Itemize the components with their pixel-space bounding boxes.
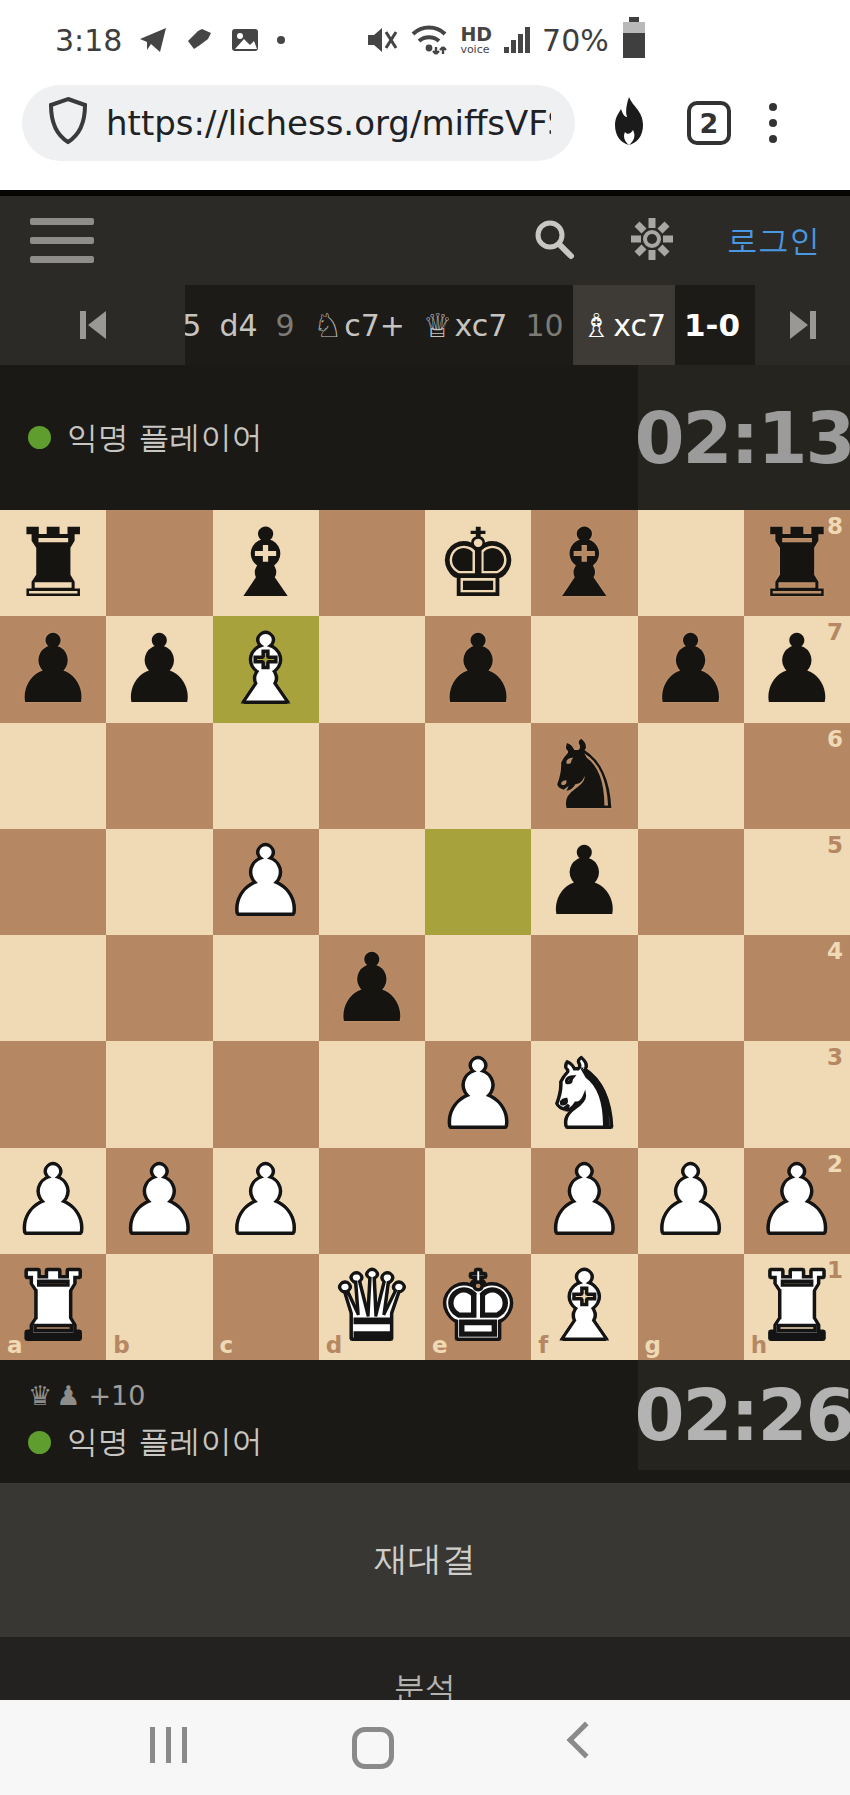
white-bishop: ♝	[213, 616, 319, 722]
site-header: 로그인	[0, 190, 850, 285]
square-a3[interactable]	[0, 1041, 106, 1147]
online-dot	[28, 1431, 51, 1454]
player-bar-black: 익명 플레이어 02:13	[0, 365, 850, 510]
square-c2[interactable]: ♟	[213, 1148, 319, 1254]
move-list: 5♘e58♗xe5d49♘c7+♕xc710♗xc71-0	[185, 285, 755, 365]
gear-icon[interactable]	[629, 216, 675, 266]
square-g8[interactable]	[638, 510, 744, 616]
square-d2[interactable]	[319, 1148, 425, 1254]
square-c3[interactable]	[213, 1041, 319, 1147]
rank-label-6: 6	[827, 726, 843, 752]
login-link[interactable]: 로그인	[727, 220, 820, 262]
shield-icon[interactable]	[46, 96, 90, 150]
square-e8[interactable]: ♚	[425, 510, 531, 616]
square-c7[interactable]: ♝	[213, 616, 319, 722]
url-bar[interactable]: https://lichess.org/miffsVFS	[22, 85, 575, 161]
square-e6[interactable]	[425, 723, 531, 829]
file-label-b: b	[113, 1332, 129, 1358]
square-e7[interactable]: ♟	[425, 616, 531, 722]
move-token[interactable]: ♗xc7	[573, 285, 675, 365]
square-a2[interactable]: ♟	[0, 1148, 106, 1254]
black-knight: ♞	[531, 723, 637, 829]
square-g7[interactable]: ♟	[638, 616, 744, 722]
square-g3[interactable]	[638, 1041, 744, 1147]
file-label-h: h	[751, 1332, 767, 1358]
square-h8[interactable]: ♜8	[744, 510, 850, 616]
file-label-d: d	[326, 1332, 342, 1358]
square-b2[interactable]: ♟	[106, 1148, 212, 1254]
square-a8[interactable]: ♜	[0, 510, 106, 616]
square-c4[interactable]	[213, 935, 319, 1041]
square-d5[interactable]	[319, 829, 425, 935]
move-token[interactable]: ♕xc7	[414, 285, 516, 365]
square-g2[interactable]: ♟	[638, 1148, 744, 1254]
more-notifications-dot	[276, 35, 286, 45]
square-a7[interactable]: ♟	[0, 616, 106, 722]
square-d3[interactable]	[319, 1041, 425, 1147]
square-f2[interactable]: ♟	[531, 1148, 637, 1254]
black-pawn: ♟	[319, 935, 425, 1041]
black-king: ♚	[425, 510, 531, 616]
square-e2[interactable]	[425, 1148, 531, 1254]
square-f3[interactable]: ♞	[531, 1041, 637, 1147]
last-move-button[interactable]	[755, 285, 850, 365]
black-bishop: ♝	[213, 510, 319, 616]
square-h7[interactable]: ♟7	[744, 616, 850, 722]
status-bar: 3:18 HD voice	[0, 0, 850, 70]
square-a4[interactable]	[0, 935, 106, 1041]
black-pawn: ♟	[425, 616, 531, 722]
file-label-f: f	[538, 1332, 548, 1358]
square-f6[interactable]: ♞	[531, 723, 637, 829]
browser-menu-icon[interactable]	[769, 103, 777, 143]
square-f5[interactable]: ♟	[531, 829, 637, 935]
rank-label-1: 1	[827, 1257, 843, 1283]
material-score: +10	[88, 1380, 145, 1411]
tab-count-button[interactable]: 2	[687, 101, 731, 145]
recents-button[interactable]	[150, 1727, 187, 1763]
hand-notification-icon	[184, 25, 214, 55]
square-d7[interactable]	[319, 616, 425, 722]
black-pawn: ♟	[0, 616, 106, 722]
battery-percent: 70%	[542, 23, 609, 58]
square-g5[interactable]	[638, 829, 744, 935]
search-icon[interactable]	[531, 216, 577, 266]
signal-strength-icon	[504, 27, 530, 53]
square-h4[interactable]: 4	[744, 935, 850, 1041]
square-c1[interactable]: c	[213, 1254, 319, 1360]
move-token[interactable]: ♘c7+	[304, 285, 414, 365]
square-c6[interactable]	[213, 723, 319, 829]
square-b3[interactable]	[106, 1041, 212, 1147]
clock-black: 02:13	[638, 365, 850, 510]
flame-icon[interactable]	[609, 95, 649, 151]
url-text[interactable]: https://lichess.org/miffsVFS	[106, 103, 551, 143]
white-knight: ♞	[531, 1041, 637, 1147]
black-pawn: ♟	[106, 616, 212, 722]
square-f4[interactable]	[531, 935, 637, 1041]
square-d4[interactable]: ♟	[319, 935, 425, 1041]
captured-queen-icon: ♛	[28, 1380, 52, 1411]
square-d6[interactable]	[319, 723, 425, 829]
piece-letter-glyph: ♗	[582, 306, 612, 345]
square-f8[interactable]: ♝	[531, 510, 637, 616]
move-number: 9	[267, 285, 304, 365]
file-label-c: c	[220, 1332, 234, 1358]
square-a5[interactable]	[0, 829, 106, 935]
square-f7[interactable]	[531, 616, 637, 722]
square-d8[interactable]	[319, 510, 425, 616]
telegram-icon	[138, 25, 168, 55]
material-advantage: ♛♟+10	[28, 1380, 638, 1411]
square-h1[interactable]: ♜1h	[744, 1254, 850, 1360]
phone-screen: 3:18 HD voice	[0, 0, 850, 1795]
black-rook: ♜	[0, 510, 106, 616]
square-e3[interactable]: ♟	[425, 1041, 531, 1147]
piece-letter-glyph: ♘	[313, 306, 343, 345]
black-pawn: ♟	[531, 829, 637, 935]
home-button[interactable]	[352, 1727, 394, 1769]
square-h6[interactable]: 6	[744, 723, 850, 829]
rank-label-2: 2	[827, 1151, 843, 1177]
rank-label-8: 8	[827, 513, 843, 539]
move-token[interactable]: ♗xe5	[185, 285, 210, 365]
square-h5[interactable]: 5	[744, 829, 850, 935]
file-label-g: g	[645, 1332, 661, 1358]
black-pawn: ♟	[638, 616, 744, 722]
chess-board: ♜♝♚♝♜8♟♟♝♟♟♟7♞6♟♟5♟4♟♞3♟♟♟♟♟♟2♜abc♛d♚e♝f…	[0, 510, 850, 1360]
player-bar-white: ♛♟+10 익명 플레이어 02:26	[0, 1360, 850, 1483]
hamburger-menu-icon[interactable]	[30, 218, 94, 263]
back-button[interactable]	[567, 1721, 604, 1758]
square-a1[interactable]: ♜a	[0, 1254, 106, 1360]
white-pawn: ♟	[638, 1148, 744, 1254]
square-b5[interactable]	[106, 829, 212, 935]
piece-letter-glyph: ♕	[423, 306, 453, 345]
square-b7[interactable]: ♟	[106, 616, 212, 722]
square-c5[interactable]: ♟	[213, 829, 319, 935]
gallery-notification-icon	[230, 25, 260, 55]
status-time: 3:18	[55, 23, 122, 58]
android-nav-bar	[0, 1700, 850, 1795]
square-g4[interactable]	[638, 935, 744, 1041]
square-e4[interactable]	[425, 935, 531, 1041]
rank-label-7: 7	[827, 619, 843, 645]
game-result: 1-0	[675, 285, 749, 365]
wifi-calling-icon	[410, 23, 448, 57]
player-name-black: 익명 플레이어	[67, 417, 263, 459]
square-b4[interactable]	[106, 935, 212, 1041]
player-name-white: 익명 플레이어	[67, 1421, 263, 1463]
square-c8[interactable]: ♝	[213, 510, 319, 616]
square-b8[interactable]	[106, 510, 212, 616]
file-label-e: e	[432, 1332, 448, 1358]
white-pawn: ♟	[213, 1148, 319, 1254]
analysis-button[interactable]: 분석	[0, 1637, 850, 1700]
white-pawn: ♟	[213, 829, 319, 935]
square-a6[interactable]	[0, 723, 106, 829]
rank-label-4: 4	[827, 938, 843, 964]
square-b1[interactable]: b	[106, 1254, 212, 1360]
rank-label-3: 3	[827, 1044, 843, 1070]
rematch-button[interactable]: 재대결	[0, 1483, 850, 1637]
black-bishop: ♝	[531, 510, 637, 616]
battery-icon	[623, 22, 645, 58]
square-e1[interactable]: ♚e	[425, 1254, 531, 1360]
file-label-a: a	[7, 1332, 23, 1358]
square-g1[interactable]: g	[638, 1254, 744, 1360]
white-pawn: ♟	[531, 1148, 637, 1254]
captured-pawn-icon: ♟	[56, 1380, 80, 1411]
rank-label-5: 5	[827, 832, 843, 858]
square-e5[interactable]	[425, 829, 531, 935]
white-pawn: ♟	[106, 1148, 212, 1254]
hd-voice-indicator: HD voice	[460, 25, 492, 55]
move-number: 10	[516, 285, 572, 365]
white-pawn: ♟	[425, 1041, 531, 1147]
browser-toolbar: https://lichess.org/miffsVFS 2	[0, 70, 850, 190]
first-move-button[interactable]	[0, 285, 185, 365]
mute-icon	[364, 24, 398, 56]
online-dot	[28, 426, 51, 449]
square-h3[interactable]: 3	[744, 1041, 850, 1147]
square-f1[interactable]: ♝f	[531, 1254, 637, 1360]
square-b6[interactable]	[106, 723, 212, 829]
white-pawn: ♟	[0, 1148, 106, 1254]
move-bar: 5♘e58♗xe5d49♘c7+♕xc710♗xc71-0	[0, 285, 850, 365]
square-d1[interactable]: ♛d	[319, 1254, 425, 1360]
clock-white: 02:26	[638, 1360, 850, 1470]
square-g6[interactable]	[638, 723, 744, 829]
move-token[interactable]: d4	[210, 285, 266, 365]
square-h2[interactable]: ♟2	[744, 1148, 850, 1254]
